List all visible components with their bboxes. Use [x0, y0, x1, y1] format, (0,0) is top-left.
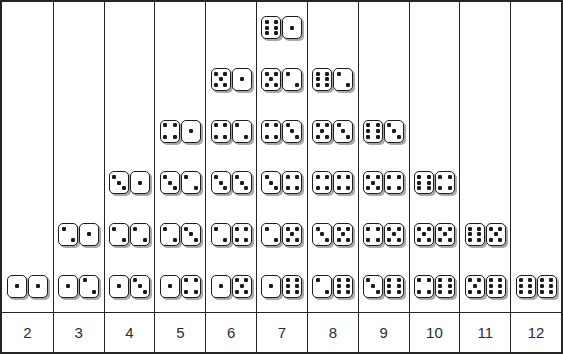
die-cell	[142, 237, 147, 243]
die-2	[130, 223, 150, 246]
die-4	[435, 171, 455, 194]
die-cell	[19, 289, 24, 295]
tile-slot	[54, 260, 104, 312]
die-cell	[295, 82, 300, 88]
domino-tile-2-1	[58, 223, 99, 246]
die-cell	[142, 289, 147, 295]
sum-label-cell: 9	[359, 312, 409, 352]
domino-tile-2-4	[211, 223, 252, 246]
pip	[448, 278, 452, 282]
tile-stack	[511, 2, 561, 312]
pip	[528, 278, 532, 282]
tile-slot	[308, 260, 358, 312]
tile-slot	[54, 209, 104, 261]
pip	[295, 238, 299, 242]
die-cell	[71, 237, 76, 243]
die-1	[109, 275, 129, 298]
domino-tile-5-5	[414, 223, 455, 246]
tile-slot	[460, 105, 510, 157]
tile-slot	[206, 157, 256, 209]
die-3	[363, 275, 383, 298]
pip	[427, 181, 431, 185]
die-5	[333, 223, 353, 246]
pip	[274, 31, 278, 35]
pip	[244, 227, 248, 231]
die-cell	[223, 134, 228, 140]
pip	[477, 232, 481, 236]
tile-slot	[206, 2, 256, 54]
sum-label-cell: 3	[54, 312, 104, 352]
pip	[274, 20, 278, 24]
die-cell	[477, 289, 482, 295]
pip	[244, 278, 248, 282]
die-3	[261, 171, 281, 194]
die-cell	[193, 186, 198, 192]
pip	[427, 238, 431, 242]
die-1	[58, 275, 78, 298]
pip	[295, 290, 299, 294]
pip	[295, 278, 299, 282]
pip	[223, 83, 227, 87]
domino-tile-4-3	[261, 120, 302, 143]
pip	[397, 135, 401, 139]
sum-label-text: 7	[278, 324, 286, 341]
tile-slot	[359, 260, 409, 312]
die-cell	[295, 186, 300, 192]
sum-label-cell: 6	[206, 312, 256, 352]
die-2	[232, 120, 252, 143]
pip	[549, 278, 553, 282]
sum-label-text: 8	[329, 324, 337, 341]
sum-column-8: 8	[307, 2, 358, 352]
domino-tile-1-2	[58, 275, 99, 298]
tile-slot	[105, 105, 155, 157]
domino-tile-1-5	[211, 275, 252, 298]
die-1	[181, 120, 201, 143]
pip	[346, 175, 350, 179]
pip	[397, 186, 401, 190]
tile-slot	[410, 209, 460, 261]
pip	[427, 186, 431, 190]
sum-label-cell: 12	[511, 312, 561, 352]
die-cell	[375, 237, 380, 243]
pip	[92, 290, 96, 294]
pip	[274, 238, 278, 242]
tile-stack	[257, 2, 307, 312]
die-2	[211, 223, 231, 246]
tile-slot	[155, 54, 205, 106]
sum-label-text: 6	[227, 324, 235, 341]
domino-tile-2-5	[261, 223, 302, 246]
pip	[397, 238, 401, 242]
die-6	[384, 275, 404, 298]
pip	[498, 238, 502, 242]
pip	[244, 290, 248, 294]
die-cell	[193, 134, 198, 140]
pip	[244, 238, 248, 242]
pip	[173, 123, 177, 127]
tile-stack	[308, 2, 358, 312]
pip	[498, 227, 502, 231]
die-cell	[498, 289, 503, 295]
sum-column-3: 3	[53, 2, 104, 352]
die-cell	[447, 289, 452, 295]
domino-tile-6-1	[261, 16, 302, 39]
die-cell	[528, 289, 533, 295]
die-cell	[274, 82, 279, 88]
die-cell	[92, 289, 97, 295]
die-cell	[193, 289, 198, 295]
domino-tile-6-4	[414, 171, 455, 194]
die-2	[333, 68, 353, 91]
pip	[194, 278, 198, 282]
die-cell	[477, 237, 482, 243]
die-3	[312, 223, 332, 246]
tile-slot	[257, 209, 307, 261]
pip	[376, 135, 380, 139]
die-6	[312, 68, 332, 91]
domino-tile-5-1	[211, 68, 252, 91]
tile-slot	[460, 157, 510, 209]
die-6	[516, 275, 536, 298]
die-5	[384, 223, 404, 246]
pip	[325, 238, 329, 242]
die-2	[160, 223, 180, 246]
die-4	[414, 275, 434, 298]
pip	[325, 290, 329, 294]
die-cell	[223, 82, 228, 88]
pip	[346, 227, 350, 231]
sum-column-2: 2	[2, 2, 53, 352]
tile-slot	[460, 54, 510, 106]
domino-tile-3-2	[160, 171, 201, 194]
die-2	[79, 275, 99, 298]
die-cell	[325, 82, 330, 88]
domino-tile-5-2	[261, 68, 302, 91]
tile-slot	[105, 260, 155, 312]
domino-tile-3-6	[363, 275, 404, 298]
sum-label-cell: 11	[460, 312, 510, 352]
pip	[346, 284, 350, 288]
tile-stack	[359, 2, 409, 312]
tile-stack	[2, 2, 53, 312]
die-cell	[274, 237, 279, 243]
pip	[244, 186, 248, 190]
tile-stack	[155, 2, 205, 312]
die-5	[435, 223, 455, 246]
die-cell	[375, 289, 380, 295]
pip	[325, 77, 329, 81]
pip	[274, 123, 278, 127]
sum-label-text: 10	[426, 324, 443, 341]
pip	[427, 175, 431, 179]
domino-tile-3-4	[261, 171, 302, 194]
pip	[194, 290, 198, 294]
tile-slot	[206, 260, 256, 312]
die-5	[211, 68, 231, 91]
pip	[477, 238, 481, 242]
sum-label-cell: 8	[308, 312, 358, 352]
tile-slot	[410, 105, 460, 157]
domino-tile-4-4	[312, 171, 353, 194]
die-cell	[325, 186, 330, 192]
pip	[376, 290, 380, 294]
tile-slot	[359, 54, 409, 106]
domino-tile-1-1	[7, 275, 48, 298]
pip	[295, 175, 299, 179]
domino-tile-4-1	[160, 120, 201, 143]
die-cell	[121, 237, 126, 243]
die-cell	[295, 237, 300, 243]
tile-slot	[2, 260, 53, 312]
domino-tile-3-3	[211, 171, 252, 194]
pip	[173, 186, 177, 190]
tile-slot	[460, 209, 510, 261]
die-cell	[121, 289, 126, 295]
pip	[223, 135, 227, 139]
die-4	[160, 120, 180, 143]
die-cell	[244, 82, 249, 88]
sum-column-11: 11	[459, 2, 510, 352]
die-4	[363, 223, 383, 246]
die-6	[363, 120, 383, 143]
die-cell	[346, 289, 351, 295]
tile-slot	[2, 54, 53, 106]
die-cell	[172, 186, 177, 192]
pip	[397, 278, 401, 282]
die-1	[282, 16, 302, 39]
pip	[295, 186, 299, 190]
die-6	[486, 275, 506, 298]
pip	[427, 227, 431, 231]
tile-slot	[410, 260, 460, 312]
pip	[143, 238, 147, 242]
sum-label-text: 4	[125, 324, 133, 341]
die-3	[160, 171, 180, 194]
die-4	[211, 120, 231, 143]
domino-tile-6-5	[465, 223, 506, 246]
pip	[325, 175, 329, 179]
die-2	[181, 171, 201, 194]
die-5	[363, 171, 383, 194]
die-cell	[426, 237, 431, 243]
die-3	[109, 171, 129, 194]
die-cell	[223, 289, 228, 295]
domino-tile-2-3	[160, 223, 201, 246]
die-cell	[346, 134, 351, 140]
pip	[376, 129, 380, 133]
die-cell	[375, 134, 380, 140]
pip	[448, 238, 452, 242]
domino-tile-4-2	[211, 120, 252, 143]
pip	[223, 186, 227, 190]
die-1	[211, 275, 231, 298]
die-3	[211, 171, 231, 194]
domino-tile-1-4	[160, 275, 201, 298]
tile-slot	[155, 260, 205, 312]
die-4	[181, 275, 201, 298]
die-6	[414, 171, 434, 194]
pip	[346, 135, 350, 139]
sum-column-4: 4	[104, 2, 155, 352]
die-5	[465, 275, 485, 298]
pip	[295, 83, 299, 87]
tile-slot	[308, 2, 358, 54]
sum-label-cell: 10	[410, 312, 460, 352]
pip	[71, 238, 75, 242]
die-3	[130, 275, 150, 298]
tile-stack	[460, 2, 510, 312]
pip	[325, 83, 329, 87]
tile-slot	[54, 157, 104, 209]
pip	[295, 284, 299, 288]
sum-label-text: 3	[75, 324, 83, 341]
die-cell	[426, 289, 431, 295]
pip	[274, 135, 278, 139]
die-cell	[244, 237, 249, 243]
tile-slot	[257, 157, 307, 209]
sum-label-text: 12	[528, 324, 545, 341]
pip	[498, 290, 502, 294]
pip	[122, 238, 126, 242]
tile-slot	[105, 209, 155, 261]
domino-tile-5-4	[363, 171, 404, 194]
tile-slot	[511, 157, 561, 209]
die-3	[384, 120, 404, 143]
die-cell	[244, 186, 249, 192]
die-cell	[426, 186, 431, 192]
pip	[549, 290, 553, 294]
pip	[194, 186, 198, 190]
die-1	[7, 275, 27, 298]
pip	[376, 175, 380, 179]
pip	[346, 238, 350, 242]
die-cell	[447, 237, 452, 243]
die-cell	[346, 237, 351, 243]
pip	[223, 123, 227, 127]
die-1	[160, 275, 180, 298]
die-cell	[92, 237, 97, 243]
die-5	[414, 223, 434, 246]
die-2	[109, 223, 129, 246]
tile-slot	[2, 209, 53, 261]
die-cell	[325, 289, 330, 295]
tile-slot	[206, 209, 256, 261]
die-5	[312, 120, 332, 143]
tile-slot	[511, 260, 561, 312]
tile-slot	[308, 209, 358, 261]
die-cell	[295, 31, 300, 37]
die-cell	[396, 289, 401, 295]
die-cell	[325, 134, 330, 140]
pip	[274, 26, 278, 30]
tile-stack	[206, 2, 256, 312]
die-cell	[346, 82, 351, 88]
tile-slot	[511, 105, 561, 157]
domino-tile-5-6	[465, 275, 506, 298]
sum-column-12: 12	[510, 2, 561, 352]
die-5	[261, 68, 281, 91]
dice-combination-board: 23456789101112	[0, 0, 563, 354]
pip	[325, 123, 329, 127]
domino-tile-6-3	[363, 120, 404, 143]
die-6	[282, 275, 302, 298]
pip	[295, 227, 299, 231]
die-4	[384, 171, 404, 194]
pip	[173, 135, 177, 139]
pip	[397, 227, 401, 231]
die-5	[282, 223, 302, 246]
pip	[427, 278, 431, 282]
tile-stack	[105, 2, 155, 312]
pip	[346, 290, 350, 294]
die-cell	[396, 134, 401, 140]
pip	[325, 72, 329, 76]
pip	[173, 238, 177, 242]
die-3	[181, 223, 201, 246]
die-cell	[40, 289, 45, 295]
pip	[325, 135, 329, 139]
sum-label-text: 9	[379, 324, 387, 341]
tile-slot	[410, 2, 460, 54]
tile-slot	[511, 54, 561, 106]
die-2	[282, 68, 302, 91]
tile-slot	[105, 54, 155, 106]
pip	[528, 290, 532, 294]
tile-slot	[105, 2, 155, 54]
sum-label-cell: 5	[155, 312, 205, 352]
pip	[274, 186, 278, 190]
pip	[448, 290, 452, 294]
tile-slot	[54, 105, 104, 157]
pip	[448, 175, 452, 179]
tile-slot	[2, 157, 53, 209]
tile-slot	[257, 2, 307, 54]
domino-tile-1-6	[261, 275, 302, 298]
tile-slot	[206, 105, 256, 157]
die-cell	[193, 237, 198, 243]
die-cell	[325, 237, 330, 243]
pip	[376, 238, 380, 242]
tile-slot	[257, 260, 307, 312]
pip	[477, 290, 481, 294]
pip	[194, 238, 198, 242]
domino-tile-4-5	[363, 223, 404, 246]
tile-slot	[308, 105, 358, 157]
die-cell	[244, 289, 249, 295]
die-1	[28, 275, 48, 298]
die-4	[333, 171, 353, 194]
die-1	[232, 68, 252, 91]
domino-tile-5-3	[312, 120, 353, 143]
die-1	[130, 171, 150, 194]
domino-tile-2-2	[109, 223, 150, 246]
tile-slot	[359, 209, 409, 261]
pip	[325, 186, 329, 190]
die-cell	[375, 186, 380, 192]
die-cell	[71, 289, 76, 295]
die-cell	[295, 134, 300, 140]
tile-slot	[155, 2, 205, 54]
die-5	[232, 275, 252, 298]
die-cell	[346, 186, 351, 192]
die-6	[537, 275, 557, 298]
domino-tile-4-6	[414, 275, 455, 298]
pip	[397, 284, 401, 288]
die-6	[261, 16, 281, 39]
pip	[397, 290, 401, 294]
die-cell	[396, 237, 401, 243]
